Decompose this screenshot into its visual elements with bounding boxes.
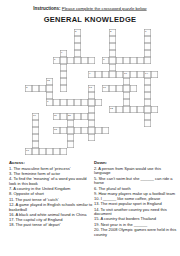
clue-item: 13. The most popular sport in England xyxy=(94,202,178,207)
clue-number: 19 xyxy=(33,114,36,117)
grid-cell[interactable]: 17 xyxy=(25,148,32,155)
down-clues-section: Down: 2. A person from Spain would use t… xyxy=(94,160,178,237)
grid-cell[interactable]: 20 xyxy=(67,113,74,120)
grid-cell[interactable] xyxy=(109,43,116,50)
grid-cell[interactable] xyxy=(74,36,81,43)
grid-cell[interactable] xyxy=(123,106,130,113)
grid-cell[interactable] xyxy=(74,99,81,106)
grid-cell[interactable] xyxy=(95,99,102,106)
clue-item: 20. The 2008 Olympic games were held in … xyxy=(94,227,178,236)
grid-cell[interactable] xyxy=(123,92,130,99)
grid-cell[interactable]: 4 xyxy=(88,71,95,78)
grid-cell[interactable]: 11 xyxy=(53,113,60,120)
grid-cell[interactable] xyxy=(60,99,67,106)
grid-cell[interactable] xyxy=(74,57,81,64)
grid-cell[interactable] xyxy=(88,57,95,64)
instructions-label: Instructions: xyxy=(33,6,60,11)
grid-cell[interactable] xyxy=(74,43,81,50)
clue-item: 4. To find the 'meaning' of a word you w… xyxy=(9,176,93,185)
grid-cell[interactable] xyxy=(144,78,151,85)
grid-cell[interactable] xyxy=(74,127,81,134)
clue-number: 12 xyxy=(110,107,113,110)
clue-number: 5 xyxy=(75,30,76,33)
grid-cell[interactable] xyxy=(123,57,130,64)
crossword-grid: 5269134101415813167121911201817 xyxy=(25,29,158,155)
grid-cell[interactable]: 12 xyxy=(109,106,116,113)
grid-cell[interactable] xyxy=(88,127,95,134)
clue-item: 16. A black and white animal found in Ch… xyxy=(9,212,93,217)
grid-cell[interactable]: 1 xyxy=(53,57,60,64)
clue-number: 16 xyxy=(103,86,106,89)
grid-cell[interactable] xyxy=(32,120,39,127)
down-clue-list: 2. A person from Spain would use this la… xyxy=(94,166,178,237)
clue-item: 5. She can't swim but she ______ can rid… xyxy=(94,176,178,185)
grid-cell[interactable] xyxy=(88,113,95,120)
grid-cell[interactable] xyxy=(144,92,151,99)
grid-cell[interactable] xyxy=(137,71,144,78)
across-clue-list: 1. The masculine form of 'princess'3. Th… xyxy=(9,166,93,227)
grid-cell[interactable] xyxy=(53,99,60,106)
clue-item: 15. A country that borders Thailand xyxy=(94,217,178,222)
grid-cell[interactable] xyxy=(39,148,46,155)
clue-number: 18 xyxy=(54,128,57,131)
grid-cell[interactable] xyxy=(151,106,158,113)
clue-item: 6. The plural of tooth xyxy=(94,186,178,191)
clue-number: 8 xyxy=(26,86,27,89)
clue-number: 10 xyxy=(124,72,127,75)
grid-cell[interactable] xyxy=(88,120,95,127)
grid-cell[interactable] xyxy=(53,148,60,155)
grid-cell[interactable] xyxy=(67,134,74,141)
grid-cell[interactable] xyxy=(88,92,95,99)
grid-cell[interactable] xyxy=(60,113,67,120)
grid-cell[interactable] xyxy=(109,50,116,57)
grid-cell[interactable] xyxy=(74,50,81,57)
clue-number: 3 xyxy=(103,58,104,61)
grid-cell[interactable] xyxy=(144,85,151,92)
clue-item: 14. To visit another country you need th… xyxy=(94,207,178,216)
grid-cell[interactable] xyxy=(130,57,137,64)
grid-cell[interactable] xyxy=(123,78,130,85)
grid-cell[interactable] xyxy=(60,64,67,71)
grid-cell[interactable] xyxy=(102,71,109,78)
instructions-text: Please complete the crossword puzzle bel… xyxy=(62,6,147,11)
worksheet-page: Instructions: Please complete the crossw… xyxy=(0,0,180,256)
grid-cell[interactable] xyxy=(60,127,67,134)
grid-cell[interactable] xyxy=(144,99,151,106)
grid-cell[interactable]: 6 xyxy=(144,29,151,36)
clue-item: 11. The past tense of 'catch' xyxy=(9,197,93,202)
across-heading: Across: xyxy=(9,160,93,165)
grid-cell[interactable] xyxy=(46,85,53,92)
clue-item: 8. Opposite of short xyxy=(9,192,93,197)
grid-cell[interactable] xyxy=(81,113,88,120)
grid-cell[interactable] xyxy=(32,85,39,92)
clue-number: 13 xyxy=(89,86,92,89)
grid-cell[interactable] xyxy=(46,92,53,99)
grid-cell[interactable] xyxy=(60,85,67,92)
grid-cell[interactable] xyxy=(81,99,88,106)
grid-cell[interactable] xyxy=(144,36,151,43)
grid-cell[interactable] xyxy=(137,57,144,64)
grid-cell[interactable] xyxy=(123,99,130,106)
grid-cell[interactable] xyxy=(95,127,102,134)
clue-item: 10. I ______ like some coffee, please xyxy=(94,196,178,201)
grid-cell[interactable] xyxy=(74,113,81,120)
clue-number: 15 xyxy=(47,79,50,82)
grid-cell[interactable] xyxy=(130,71,137,78)
grid-cell[interactable]: 3 xyxy=(102,57,109,64)
grid-cell[interactable] xyxy=(116,85,123,92)
clue-number: 7 xyxy=(47,100,48,103)
grid-cell[interactable] xyxy=(60,71,67,78)
clue-item: 2. A person from Spain would use this la… xyxy=(94,166,178,175)
grid-cell[interactable] xyxy=(67,141,74,148)
clue-item: 7. A country in the United Kingdom xyxy=(9,186,93,191)
clue-item: 1. The masculine form of 'princess' xyxy=(9,166,93,171)
grid-cell[interactable]: 10 xyxy=(123,71,130,78)
grid-cell[interactable] xyxy=(144,43,151,50)
grid-cell[interactable] xyxy=(88,106,95,113)
grid-cell[interactable] xyxy=(88,134,95,141)
grid-cell[interactable] xyxy=(102,127,109,134)
grid-cell[interactable]: 5 xyxy=(74,29,81,36)
clue-item: 18. The past tense of 'depart' xyxy=(9,222,93,227)
grid-cell[interactable]: 16 xyxy=(102,85,109,92)
instructions-line: Instructions: Please complete the crossw… xyxy=(0,6,180,11)
grid-cell[interactable]: 2 xyxy=(109,29,116,36)
grid-cell[interactable]: 18 xyxy=(53,127,60,134)
grid-cell[interactable] xyxy=(60,57,67,64)
grid-cell[interactable]: 19 xyxy=(32,113,39,120)
clue-item: 19. Next year is in the ______ xyxy=(94,222,178,227)
grid-cell[interactable] xyxy=(144,57,151,64)
grid-cell[interactable]: 8 xyxy=(25,85,32,92)
clue-number: 20 xyxy=(68,114,71,117)
down-heading: Down: xyxy=(94,160,178,165)
clue-number: 1 xyxy=(54,58,55,61)
grid-cell[interactable] xyxy=(81,127,88,134)
grid-cell[interactable] xyxy=(109,85,116,92)
grid-cell[interactable] xyxy=(88,99,95,106)
grid-cell[interactable]: 15 xyxy=(46,78,53,85)
grid-cell[interactable] xyxy=(32,127,39,134)
grid-cell[interactable] xyxy=(116,71,123,78)
grid-cell[interactable] xyxy=(130,85,137,92)
grid-cell[interactable] xyxy=(32,148,39,155)
grid-cell[interactable] xyxy=(39,85,46,92)
clue-number: 11 xyxy=(54,114,57,117)
grid-cell[interactable] xyxy=(109,36,116,43)
grid-cell[interactable] xyxy=(123,85,130,92)
clue-number: 6 xyxy=(145,30,146,33)
grid-cell[interactable] xyxy=(67,120,74,127)
clue-number: 17 xyxy=(26,149,29,152)
grid-cell[interactable] xyxy=(144,106,151,113)
clue-item: 3. The feminine form of actor xyxy=(9,171,93,176)
grid-cell[interactable] xyxy=(137,106,144,113)
clue-number: 14 xyxy=(145,72,148,75)
grid-cell[interactable] xyxy=(67,57,74,64)
grid-cell[interactable] xyxy=(81,57,88,64)
grid-cell[interactable] xyxy=(151,71,158,78)
grid-cell[interactable] xyxy=(144,120,151,127)
clue-number: 9 xyxy=(61,51,62,54)
grid-cell[interactable] xyxy=(116,57,123,64)
clue-number: 2 xyxy=(110,30,111,33)
clue-number: 4 xyxy=(89,72,90,75)
grid-cell[interactable] xyxy=(95,71,102,78)
grid-cell[interactable] xyxy=(46,148,53,155)
grid-cell[interactable] xyxy=(60,78,67,85)
clue-item: 12. A game played in English schools sim… xyxy=(9,202,93,211)
grid-cell[interactable]: 14 xyxy=(144,71,151,78)
grid-cell[interactable] xyxy=(144,50,151,57)
grid-cell[interactable] xyxy=(109,57,116,64)
grid-cell[interactable] xyxy=(67,99,74,106)
grid-cell[interactable] xyxy=(109,71,116,78)
grid-cell[interactable] xyxy=(32,141,39,148)
grid-cell[interactable] xyxy=(116,106,123,113)
grid-cell[interactable] xyxy=(144,113,151,120)
clue-item: 9. How many players make up a football t… xyxy=(94,191,178,196)
grid-cell[interactable] xyxy=(130,106,137,113)
clue-item: 17. The capital city of England xyxy=(9,217,93,222)
grid-cell[interactable]: 9 xyxy=(60,50,67,57)
page-title: GENERAL KNOWLEDGE xyxy=(0,15,180,24)
grid-cell[interactable] xyxy=(60,148,67,155)
grid-cell[interactable]: 7 xyxy=(46,99,53,106)
grid-cell[interactable] xyxy=(67,127,74,134)
across-clues-section: Across: 1. The masculine form of 'prince… xyxy=(9,160,93,228)
grid-cell[interactable] xyxy=(32,134,39,141)
grid-cell[interactable] xyxy=(109,64,116,71)
grid-cell[interactable]: 13 xyxy=(88,85,95,92)
